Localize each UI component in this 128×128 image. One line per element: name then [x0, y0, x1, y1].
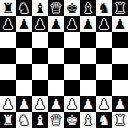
square-f6[interactable]: [80, 32, 96, 48]
square-e2[interactable]: ♟: [64, 96, 80, 112]
piece-white-bishop: ♝: [34, 112, 47, 128]
square-f4[interactable]: [80, 64, 96, 80]
piece-white-rook: ♜: [2, 112, 15, 128]
square-c1[interactable]: ♝: [32, 112, 48, 128]
square-a6[interactable]: [0, 32, 16, 48]
square-b7[interactable]: ♟: [16, 16, 32, 32]
square-g7[interactable]: ♟: [96, 16, 112, 32]
square-a3[interactable]: [0, 80, 16, 96]
chessboard: ♜♞♝♛♚♝♞♜♟♟♟♟♟♟♟♟♟♟♟♟♟♟♟♟♜♞♝♛♚♝♞♜: [0, 0, 128, 128]
piece-white-king: ♚: [66, 112, 79, 128]
square-f7[interactable]: ♟: [80, 16, 96, 32]
square-g2[interactable]: ♟: [96, 96, 112, 112]
square-h6[interactable]: [112, 32, 128, 48]
square-d3[interactable]: [48, 80, 64, 96]
square-a5[interactable]: [0, 48, 16, 64]
piece-white-pawn: ♟: [18, 96, 31, 112]
square-b8[interactable]: ♞: [16, 0, 32, 16]
square-h5[interactable]: [112, 48, 128, 64]
square-h4[interactable]: [112, 64, 128, 80]
square-a8[interactable]: ♜: [0, 0, 16, 16]
square-d1[interactable]: ♛: [48, 112, 64, 128]
square-e6[interactable]: [64, 32, 80, 48]
piece-black-knight: ♞: [18, 0, 31, 16]
square-f5[interactable]: [80, 48, 96, 64]
square-g6[interactable]: [96, 32, 112, 48]
square-c4[interactable]: [32, 64, 48, 80]
piece-white-knight: ♞: [98, 112, 111, 128]
square-g5[interactable]: [96, 48, 112, 64]
square-f8[interactable]: ♝: [80, 0, 96, 16]
piece-black-bishop: ♝: [82, 0, 95, 16]
piece-black-pawn: ♟: [2, 16, 15, 32]
square-e7[interactable]: ♟: [64, 16, 80, 32]
square-e3[interactable]: [64, 80, 80, 96]
square-d4[interactable]: [48, 64, 64, 80]
piece-white-pawn: ♟: [82, 96, 95, 112]
piece-black-pawn: ♟: [18, 16, 31, 32]
piece-white-pawn: ♟: [50, 96, 63, 112]
piece-white-pawn: ♟: [34, 96, 47, 112]
piece-black-queen: ♛: [50, 0, 63, 16]
square-d6[interactable]: [48, 32, 64, 48]
square-d2[interactable]: ♟: [48, 96, 64, 112]
square-h8[interactable]: ♜: [112, 0, 128, 16]
square-c5[interactable]: [32, 48, 48, 64]
piece-white-pawn: ♟: [98, 96, 111, 112]
square-c3[interactable]: [32, 80, 48, 96]
square-d8[interactable]: ♛: [48, 0, 64, 16]
piece-black-pawn: ♟: [82, 16, 95, 32]
piece-black-pawn: ♟: [34, 16, 47, 32]
piece-black-rook: ♜: [2, 0, 15, 16]
square-e1[interactable]: ♚: [64, 112, 80, 128]
piece-black-bishop: ♝: [34, 0, 47, 16]
square-f3[interactable]: [80, 80, 96, 96]
square-h1[interactable]: ♜: [112, 112, 128, 128]
piece-white-pawn: ♟: [66, 96, 79, 112]
square-b2[interactable]: ♟: [16, 96, 32, 112]
piece-white-knight: ♞: [18, 112, 31, 128]
square-g4[interactable]: [96, 64, 112, 80]
square-a7[interactable]: ♟: [0, 16, 16, 32]
piece-white-pawn: ♟: [2, 96, 15, 112]
piece-white-pawn: ♟: [114, 96, 127, 112]
square-a1[interactable]: ♜: [0, 112, 16, 128]
square-b3[interactable]: [16, 80, 32, 96]
square-f1[interactable]: ♝: [80, 112, 96, 128]
square-c7[interactable]: ♟: [32, 16, 48, 32]
square-b4[interactable]: [16, 64, 32, 80]
square-h3[interactable]: [112, 80, 128, 96]
square-e5[interactable]: [64, 48, 80, 64]
square-c6[interactable]: [32, 32, 48, 48]
square-f2[interactable]: ♟: [80, 96, 96, 112]
square-b6[interactable]: [16, 32, 32, 48]
square-d7[interactable]: ♟: [48, 16, 64, 32]
square-b5[interactable]: [16, 48, 32, 64]
piece-white-queen: ♛: [50, 112, 63, 128]
piece-white-bishop: ♝: [82, 112, 95, 128]
square-h2[interactable]: ♟: [112, 96, 128, 112]
piece-white-rook: ♜: [114, 112, 127, 128]
piece-black-pawn: ♟: [66, 16, 79, 32]
square-a4[interactable]: [0, 64, 16, 80]
square-g8[interactable]: ♞: [96, 0, 112, 16]
piece-black-pawn: ♟: [98, 16, 111, 32]
piece-black-king: ♚: [66, 0, 79, 16]
piece-black-pawn: ♟: [114, 16, 127, 32]
square-e4[interactable]: [64, 64, 80, 80]
square-g1[interactable]: ♞: [96, 112, 112, 128]
square-g3[interactable]: [96, 80, 112, 96]
square-d5[interactable]: [48, 48, 64, 64]
square-h7[interactable]: ♟: [112, 16, 128, 32]
piece-black-pawn: ♟: [50, 16, 63, 32]
square-e8[interactable]: ♚: [64, 0, 80, 16]
piece-black-rook: ♜: [114, 0, 127, 16]
square-b1[interactable]: ♞: [16, 112, 32, 128]
piece-black-knight: ♞: [98, 0, 111, 16]
square-c2[interactable]: ♟: [32, 96, 48, 112]
square-a2[interactable]: ♟: [0, 96, 16, 112]
square-c8[interactable]: ♝: [32, 0, 48, 16]
